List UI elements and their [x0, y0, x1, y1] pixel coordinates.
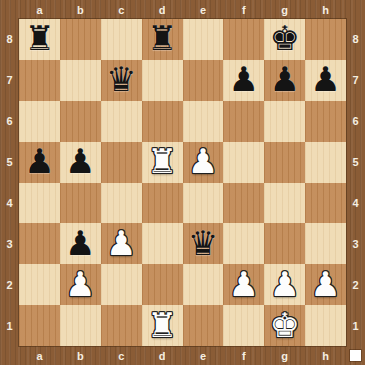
- piece-white-pawn-f2[interactable]: ♟: [229, 267, 259, 301]
- file-label-top-e: e: [183, 0, 224, 19]
- square-e7[interactable]: [183, 60, 224, 101]
- square-h6[interactable]: [305, 101, 346, 142]
- square-g3[interactable]: [264, 223, 305, 264]
- square-d4[interactable]: [142, 183, 183, 224]
- rank-label-right-2: 2: [346, 264, 365, 305]
- square-g2[interactable]: ♟: [264, 264, 305, 305]
- square-f6[interactable]: [223, 101, 264, 142]
- square-e6[interactable]: [183, 101, 224, 142]
- square-f5[interactable]: [223, 142, 264, 183]
- square-f2[interactable]: ♟: [223, 264, 264, 305]
- rank-label-left-3: 3: [0, 223, 19, 264]
- chess-board: ♜♜♚♛♟♟♟♟♟♜♟♟♟♛♟♟♟♟♜♚: [19, 19, 346, 346]
- square-d3[interactable]: [142, 223, 183, 264]
- white-to-move-indicator: [350, 350, 361, 361]
- square-h4[interactable]: [305, 183, 346, 224]
- square-a4[interactable]: [19, 183, 60, 224]
- square-e8[interactable]: [183, 19, 224, 60]
- square-b8[interactable]: [60, 19, 101, 60]
- piece-white-rook-d1[interactable]: ♜: [147, 308, 177, 342]
- piece-black-pawn-g7[interactable]: ♟: [269, 62, 299, 96]
- square-f7[interactable]: ♟: [223, 60, 264, 101]
- rank-labels-left: 87654321: [0, 19, 19, 346]
- file-label-top-g: g: [264, 0, 305, 19]
- square-c6[interactable]: [101, 101, 142, 142]
- file-label-bottom-g: g: [264, 346, 305, 365]
- piece-black-rook-a8[interactable]: ♜: [24, 21, 54, 55]
- chess-board-frame: abcdefgh abcdefgh 87654321 87654321 ♜♜♚♛…: [0, 0, 365, 365]
- piece-black-queen-e3[interactable]: ♛: [188, 226, 218, 260]
- square-h7[interactable]: ♟: [305, 60, 346, 101]
- piece-white-pawn-c3[interactable]: ♟: [106, 226, 136, 260]
- square-c5[interactable]: [101, 142, 142, 183]
- square-d6[interactable]: [142, 101, 183, 142]
- file-label-bottom-f: f: [223, 346, 264, 365]
- square-h3[interactable]: [305, 223, 346, 264]
- square-b5[interactable]: ♟: [60, 142, 101, 183]
- square-c3[interactable]: ♟: [101, 223, 142, 264]
- file-label-top-b: b: [60, 0, 101, 19]
- square-a1[interactable]: [19, 305, 60, 346]
- rank-labels-right: 87654321: [346, 19, 365, 346]
- square-h2[interactable]: ♟: [305, 264, 346, 305]
- piece-white-king-g1[interactable]: ♚: [269, 308, 299, 342]
- square-d1[interactable]: ♜: [142, 305, 183, 346]
- piece-black-pawn-h7[interactable]: ♟: [310, 62, 340, 96]
- square-b1[interactable]: [60, 305, 101, 346]
- piece-white-pawn-e5[interactable]: ♟: [188, 144, 218, 178]
- rank-label-right-4: 4: [346, 183, 365, 224]
- file-labels-top: abcdefgh: [19, 0, 346, 19]
- file-label-bottom-d: d: [142, 346, 183, 365]
- rank-label-right-6: 6: [346, 101, 365, 142]
- square-h5[interactable]: [305, 142, 346, 183]
- square-c4[interactable]: [101, 183, 142, 224]
- square-b3[interactable]: ♟: [60, 223, 101, 264]
- square-f1[interactable]: [223, 305, 264, 346]
- square-c7[interactable]: ♛: [101, 60, 142, 101]
- file-label-bottom-h: h: [305, 346, 346, 365]
- square-b7[interactable]: [60, 60, 101, 101]
- square-f4[interactable]: [223, 183, 264, 224]
- piece-white-pawn-b2[interactable]: ♟: [65, 267, 95, 301]
- rank-label-left-2: 2: [0, 264, 19, 305]
- file-label-bottom-c: c: [101, 346, 142, 365]
- square-e3[interactable]: ♛: [183, 223, 224, 264]
- square-b2[interactable]: ♟: [60, 264, 101, 305]
- square-b4[interactable]: [60, 183, 101, 224]
- file-label-top-c: c: [101, 0, 142, 19]
- rank-label-left-1: 1: [0, 305, 19, 346]
- square-g8[interactable]: ♚: [264, 19, 305, 60]
- rank-label-right-5: 5: [346, 142, 365, 183]
- square-a3[interactable]: [19, 223, 60, 264]
- square-e5[interactable]: ♟: [183, 142, 224, 183]
- square-h1[interactable]: [305, 305, 346, 346]
- square-d5[interactable]: ♜: [142, 142, 183, 183]
- square-d7[interactable]: [142, 60, 183, 101]
- square-a7[interactable]: [19, 60, 60, 101]
- rank-label-left-8: 8: [0, 19, 19, 60]
- piece-black-king-g8[interactable]: ♚: [269, 21, 299, 55]
- piece-white-pawn-g2[interactable]: ♟: [269, 267, 299, 301]
- piece-white-pawn-h2[interactable]: ♟: [310, 267, 340, 301]
- square-a2[interactable]: [19, 264, 60, 305]
- rank-label-left-7: 7: [0, 60, 19, 101]
- square-f3[interactable]: [223, 223, 264, 264]
- square-f8[interactable]: [223, 19, 264, 60]
- square-c8[interactable]: [101, 19, 142, 60]
- rank-label-right-3: 3: [346, 223, 365, 264]
- rank-label-right-8: 8: [346, 19, 365, 60]
- square-g5[interactable]: [264, 142, 305, 183]
- rank-label-left-6: 6: [0, 101, 19, 142]
- square-e4[interactable]: [183, 183, 224, 224]
- square-e2[interactable]: [183, 264, 224, 305]
- file-label-top-h: h: [305, 0, 346, 19]
- piece-black-pawn-f7[interactable]: ♟: [229, 62, 259, 96]
- file-label-top-d: d: [142, 0, 183, 19]
- square-e1[interactable]: [183, 305, 224, 346]
- square-a6[interactable]: [19, 101, 60, 142]
- piece-white-rook-d5[interactable]: ♜: [147, 144, 177, 178]
- rank-label-right-1: 1: [346, 305, 365, 346]
- square-g7[interactable]: ♟: [264, 60, 305, 101]
- file-labels-bottom: abcdefgh: [19, 346, 346, 365]
- square-c1[interactable]: [101, 305, 142, 346]
- square-g6[interactable]: [264, 101, 305, 142]
- square-g4[interactable]: [264, 183, 305, 224]
- piece-black-queen-c7[interactable]: ♛: [106, 62, 136, 96]
- piece-black-pawn-b3[interactable]: ♟: [65, 226, 95, 260]
- file-label-top-f: f: [223, 0, 264, 19]
- square-h8[interactable]: [305, 19, 346, 60]
- piece-black-pawn-a5[interactable]: ♟: [24, 144, 54, 178]
- rank-label-left-5: 5: [0, 142, 19, 183]
- file-label-bottom-b: b: [60, 346, 101, 365]
- square-c2[interactable]: [101, 264, 142, 305]
- square-a5[interactable]: ♟: [19, 142, 60, 183]
- file-label-bottom-a: a: [19, 346, 60, 365]
- rank-label-right-7: 7: [346, 60, 365, 101]
- square-a8[interactable]: ♜: [19, 19, 60, 60]
- square-d8[interactable]: ♜: [142, 19, 183, 60]
- file-label-bottom-e: e: [183, 346, 224, 365]
- rank-label-left-4: 4: [0, 183, 19, 224]
- file-label-top-a: a: [19, 0, 60, 19]
- piece-black-rook-d8[interactable]: ♜: [147, 21, 177, 55]
- square-d2[interactable]: [142, 264, 183, 305]
- square-g1[interactable]: ♚: [264, 305, 305, 346]
- square-b6[interactable]: [60, 101, 101, 142]
- piece-black-pawn-b5[interactable]: ♟: [65, 144, 95, 178]
